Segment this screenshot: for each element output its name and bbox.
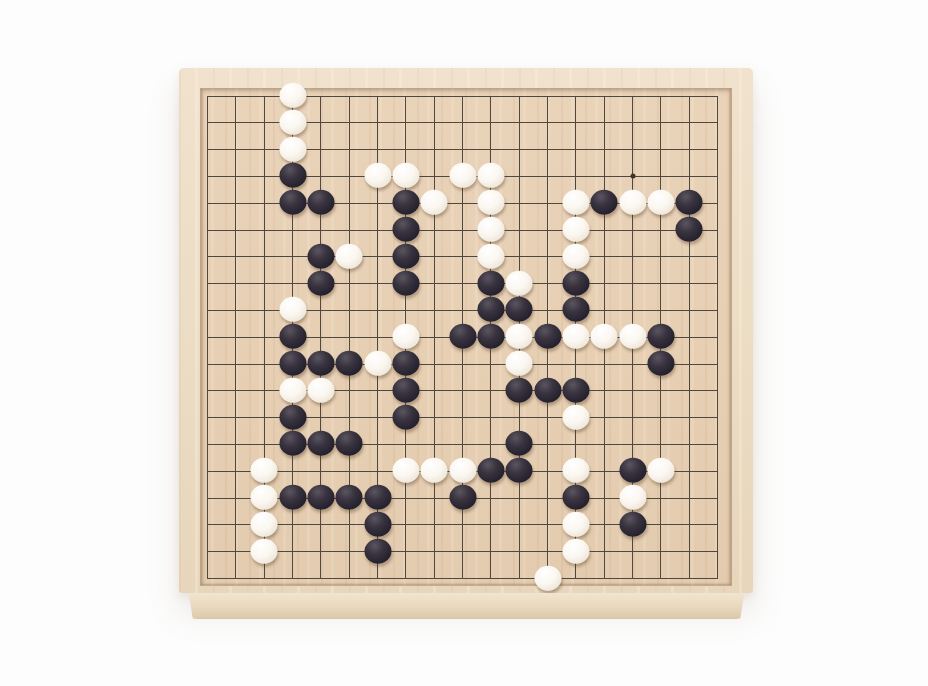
grid-line-horizontal <box>208 551 718 552</box>
stone-white[interactable] <box>364 163 391 188</box>
stone-white[interactable] <box>392 458 419 483</box>
stone-white[interactable] <box>619 324 646 349</box>
stone-white[interactable] <box>477 244 504 269</box>
stone-white[interactable] <box>477 217 504 242</box>
photo-backdrop <box>0 0 928 686</box>
stone-white[interactable] <box>562 458 589 483</box>
stone-white[interactable] <box>534 565 561 590</box>
stone-black[interactable] <box>562 297 589 322</box>
go-grid <box>208 96 718 579</box>
stone-black[interactable] <box>307 351 334 376</box>
stone-white[interactable] <box>421 458 448 483</box>
stone-white[interactable] <box>364 351 391 376</box>
stone-black[interactable] <box>647 324 674 349</box>
stone-black[interactable] <box>676 190 703 215</box>
stone-black[interactable] <box>279 404 306 429</box>
stone-black[interactable] <box>562 270 589 295</box>
grid-line-horizontal <box>208 578 718 579</box>
stone-white[interactable] <box>506 324 533 349</box>
stone-black[interactable] <box>506 297 533 322</box>
stone-black[interactable] <box>477 458 504 483</box>
stone-black[interactable] <box>336 431 363 456</box>
stone-black[interactable] <box>591 190 618 215</box>
stone-black[interactable] <box>279 431 306 456</box>
stone-white[interactable] <box>336 244 363 269</box>
stone-black[interactable] <box>647 351 674 376</box>
stone-black[interactable] <box>307 270 334 295</box>
stone-white[interactable] <box>506 351 533 376</box>
stone-white[interactable] <box>421 190 448 215</box>
stone-white[interactable] <box>251 485 278 510</box>
stone-white[interactable] <box>562 538 589 563</box>
stone-white[interactable] <box>477 163 504 188</box>
stone-white[interactable] <box>562 512 589 537</box>
stone-black[interactable] <box>477 297 504 322</box>
stone-white[interactable] <box>392 163 419 188</box>
stone-white[interactable] <box>619 485 646 510</box>
stone-white[interactable] <box>591 324 618 349</box>
stone-black[interactable] <box>392 190 419 215</box>
stone-white[interactable] <box>647 458 674 483</box>
stone-black[interactable] <box>307 190 334 215</box>
stone-black[interactable] <box>562 378 589 403</box>
stone-white[interactable] <box>392 324 419 349</box>
stone-black[interactable] <box>307 431 334 456</box>
stone-white[interactable] <box>562 324 589 349</box>
grid-line-vertical <box>717 96 718 579</box>
stone-white[interactable] <box>619 190 646 215</box>
stone-black[interactable] <box>676 217 703 242</box>
stone-white[interactable] <box>449 163 476 188</box>
stone-black[interactable] <box>392 351 419 376</box>
box-front-face <box>186 593 747 619</box>
stone-white[interactable] <box>449 458 476 483</box>
stone-black[interactable] <box>279 485 306 510</box>
stone-black[interactable] <box>449 324 476 349</box>
stone-black[interactable] <box>477 270 504 295</box>
stone-black[interactable] <box>506 431 533 456</box>
stone-black[interactable] <box>392 270 419 295</box>
stone-black[interactable] <box>392 217 419 242</box>
stone-white[interactable] <box>477 190 504 215</box>
stone-black[interactable] <box>506 458 533 483</box>
stone-black[interactable] <box>392 244 419 269</box>
stone-white[interactable] <box>279 136 306 161</box>
stone-black[interactable] <box>279 324 306 349</box>
stone-black[interactable] <box>477 324 504 349</box>
stone-black[interactable] <box>506 378 533 403</box>
stone-black[interactable] <box>392 378 419 403</box>
stone-black[interactable] <box>279 190 306 215</box>
stone-white[interactable] <box>279 378 306 403</box>
stone-white[interactable] <box>562 190 589 215</box>
hoshi-point <box>630 174 635 179</box>
stone-black[interactable] <box>364 538 391 563</box>
board-surface[interactable] <box>200 88 732 586</box>
stone-black[interactable] <box>307 244 334 269</box>
stone-black[interactable] <box>279 163 306 188</box>
grid-line-vertical <box>689 96 690 579</box>
stone-black[interactable] <box>619 458 646 483</box>
stone-white[interactable] <box>251 538 278 563</box>
stone-black[interactable] <box>449 485 476 510</box>
stone-white[interactable] <box>562 217 589 242</box>
stone-white[interactable] <box>506 270 533 295</box>
stone-black[interactable] <box>279 351 306 376</box>
stone-white[interactable] <box>647 190 674 215</box>
stone-black[interactable] <box>534 324 561 349</box>
stone-white[interactable] <box>251 458 278 483</box>
go-board-box <box>179 68 753 593</box>
stone-black[interactable] <box>364 512 391 537</box>
stone-black[interactable] <box>336 485 363 510</box>
stone-black[interactable] <box>336 351 363 376</box>
stone-black[interactable] <box>619 512 646 537</box>
stone-black[interactable] <box>364 485 391 510</box>
stone-black[interactable] <box>392 404 419 429</box>
stone-white[interactable] <box>279 110 306 135</box>
stone-white[interactable] <box>279 297 306 322</box>
stone-white[interactable] <box>307 378 334 403</box>
stone-black[interactable] <box>534 378 561 403</box>
stone-white[interactable] <box>562 404 589 429</box>
stone-white[interactable] <box>279 83 306 108</box>
stone-white[interactable] <box>251 512 278 537</box>
stone-white[interactable] <box>562 244 589 269</box>
stone-black[interactable] <box>562 485 589 510</box>
stone-black[interactable] <box>307 485 334 510</box>
